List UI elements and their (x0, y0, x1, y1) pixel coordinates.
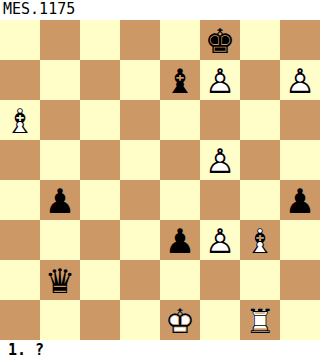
square-b1 (40, 300, 80, 340)
square-g4 (240, 180, 280, 220)
square-b6 (40, 100, 80, 140)
square-e1: ♚♔ (160, 300, 200, 340)
square-f8: ♚ (200, 20, 240, 60)
square-d5 (120, 140, 160, 180)
square-c6 (80, 100, 120, 140)
square-a8 (0, 20, 40, 60)
square-a2 (0, 260, 40, 300)
square-f6 (200, 100, 240, 140)
piece-black-queen: ♛ (40, 260, 80, 300)
square-e8 (160, 20, 200, 60)
square-e7: ♝ (160, 60, 200, 100)
square-f1 (200, 300, 240, 340)
square-h3 (280, 220, 320, 260)
piece-white-pawn: ♙ (280, 60, 320, 100)
square-h1 (280, 300, 320, 340)
square-f4 (200, 180, 240, 220)
square-c8 (80, 20, 120, 60)
square-g1: ♜♖ (240, 300, 280, 340)
square-d1 (120, 300, 160, 340)
square-a4 (0, 180, 40, 220)
square-g7 (240, 60, 280, 100)
piece-white-bishop: ♗ (240, 220, 280, 260)
square-f5: ♟♙ (200, 140, 240, 180)
square-a7 (0, 60, 40, 100)
square-c7 (80, 60, 120, 100)
piece-black-king: ♚ (200, 20, 240, 60)
square-c2 (80, 260, 120, 300)
square-e3: ♟ (160, 220, 200, 260)
square-g3: ♝♗ (240, 220, 280, 260)
square-c3 (80, 220, 120, 260)
chess-puzzle-page: MES.1175 ♚♝♟♙♟♙♝♗♟♙♟♟♟♟♙♝♗♛♚♔♜♖ 1. ? (0, 0, 320, 360)
square-d6 (120, 100, 160, 140)
square-e2 (160, 260, 200, 300)
piece-white-king: ♔ (160, 300, 200, 340)
square-a6: ♝♗ (0, 100, 40, 140)
piece-white-rook: ♖ (240, 300, 280, 340)
square-a5 (0, 140, 40, 180)
piece-black-pawn: ♟ (40, 180, 80, 220)
square-h7: ♟♙ (280, 60, 320, 100)
piece-white-pawn: ♙ (200, 60, 240, 100)
piece-black-pawn: ♟ (280, 180, 320, 220)
square-c5 (80, 140, 120, 180)
piece-white-pawn: ♙ (200, 140, 240, 180)
square-f3: ♟♙ (200, 220, 240, 260)
square-h8 (280, 20, 320, 60)
square-d7 (120, 60, 160, 100)
square-g2 (240, 260, 280, 300)
square-h4: ♟ (280, 180, 320, 220)
square-g8 (240, 20, 280, 60)
square-c1 (80, 300, 120, 340)
square-b3 (40, 220, 80, 260)
piece-white-pawn: ♙ (200, 220, 240, 260)
square-e5 (160, 140, 200, 180)
square-e4 (160, 180, 200, 220)
square-f7: ♟♙ (200, 60, 240, 100)
square-b7 (40, 60, 80, 100)
square-a1 (0, 300, 40, 340)
square-a3 (0, 220, 40, 260)
puzzle-title: MES.1175 (0, 0, 320, 20)
square-d8 (120, 20, 160, 60)
square-b2: ♛ (40, 260, 80, 300)
square-h6 (280, 100, 320, 140)
square-e6 (160, 100, 200, 140)
square-b5 (40, 140, 80, 180)
square-g6 (240, 100, 280, 140)
piece-black-pawn: ♟ (160, 220, 200, 260)
square-b8 (40, 20, 80, 60)
square-d3 (120, 220, 160, 260)
square-h2 (280, 260, 320, 300)
square-f2 (200, 260, 240, 300)
piece-white-bishop: ♗ (0, 100, 40, 140)
chess-board: ♚♝♟♙♟♙♝♗♟♙♟♟♟♟♙♝♗♛♚♔♜♖ (0, 20, 320, 340)
piece-black-bishop: ♝ (160, 60, 200, 100)
square-b4: ♟ (40, 180, 80, 220)
move-prompt: 1. ? (0, 340, 320, 360)
square-d2 (120, 260, 160, 300)
square-d4 (120, 180, 160, 220)
square-h5 (280, 140, 320, 180)
square-c4 (80, 180, 120, 220)
square-g5 (240, 140, 280, 180)
